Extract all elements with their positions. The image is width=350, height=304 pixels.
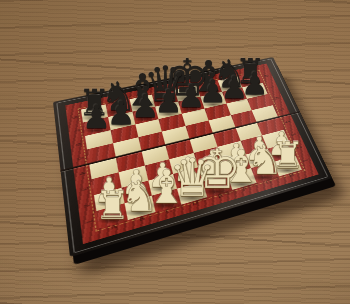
piece-white-rook[interactable]: ♜ (94, 186, 129, 225)
chess-set-photo: ABCDEFGH ABCDEFGH 87654321 87654321 ♜♞♝♛… (0, 0, 350, 304)
white-rook-icon: ♜ (94, 186, 129, 225)
black-pawn-icon: ♟ (82, 102, 111, 134)
piece-black-pawn[interactable]: ♟ (82, 102, 111, 134)
pieces-layer: ♜♞♝♛♚♝♞♜♟♟♟♟♟♟♟♟♟♟♟♟♟♟♟♟♜♞♝♛♚♝♞♜ (0, 0, 350, 304)
black-pawn-icon: ♟ (107, 96, 136, 128)
piece-black-pawn[interactable]: ♟ (107, 96, 136, 128)
